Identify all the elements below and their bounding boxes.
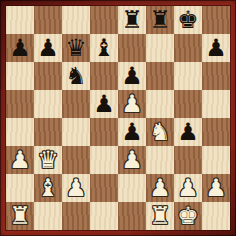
black-queen[interactable]: ♛ [65,34,87,62]
white-pawn[interactable]: ♟ [121,146,143,174]
square-c8[interactable] [62,6,90,34]
square-a7[interactable]: ♟ [6,34,34,62]
square-f5[interactable] [146,90,174,118]
square-a3[interactable]: ♟ [6,146,34,174]
square-f6[interactable] [146,62,174,90]
white-bishop[interactable]: ♝ [37,174,59,202]
square-a6[interactable] [6,62,34,90]
square-g2[interactable]: ♟ [174,174,202,202]
chess-board-frame: ♜♜♚♟♟♛♝♟♞♟♟♟♟♞♟♟♛♟♝♟♟♟♟♜♜♚ [0,0,236,236]
square-c3[interactable] [62,146,90,174]
square-e7[interactable] [118,34,146,62]
square-h8[interactable] [202,6,230,34]
white-pawn[interactable]: ♟ [9,146,31,174]
square-g7[interactable] [174,34,202,62]
square-h7[interactable]: ♟ [202,34,230,62]
square-f2[interactable]: ♟ [146,174,174,202]
square-c2[interactable]: ♟ [62,174,90,202]
black-pawn[interactable]: ♟ [37,34,59,62]
square-f7[interactable] [146,34,174,62]
square-d8[interactable] [90,6,118,34]
black-pawn[interactable]: ♟ [93,90,115,118]
square-f4[interactable]: ♞ [146,118,174,146]
square-d3[interactable] [90,146,118,174]
square-h4[interactable] [202,118,230,146]
black-bishop[interactable]: ♝ [93,34,115,62]
square-e8[interactable]: ♜ [118,6,146,34]
square-c4[interactable] [62,118,90,146]
square-b4[interactable] [34,118,62,146]
white-pawn[interactable]: ♟ [121,90,143,118]
square-d6[interactable] [90,62,118,90]
white-pawn[interactable]: ♟ [65,174,87,202]
white-pawn[interactable]: ♟ [205,174,227,202]
square-d7[interactable]: ♝ [90,34,118,62]
white-pawn[interactable]: ♟ [177,174,199,202]
black-pawn[interactable]: ♟ [121,118,143,146]
square-h2[interactable]: ♟ [202,174,230,202]
square-b6[interactable] [34,62,62,90]
square-a1[interactable]: ♜ [6,202,34,230]
square-b5[interactable] [34,90,62,118]
square-c7[interactable]: ♛ [62,34,90,62]
square-f8[interactable]: ♜ [146,6,174,34]
square-h6[interactable] [202,62,230,90]
square-d2[interactable] [90,174,118,202]
square-e4[interactable]: ♟ [118,118,146,146]
black-rook[interactable]: ♜ [149,6,171,34]
square-g6[interactable] [174,62,202,90]
square-a5[interactable] [6,90,34,118]
white-knight[interactable]: ♞ [149,118,171,146]
square-a8[interactable] [6,6,34,34]
square-b1[interactable] [34,202,62,230]
square-b8[interactable] [34,6,62,34]
square-c6[interactable]: ♞ [62,62,90,90]
square-d5[interactable]: ♟ [90,90,118,118]
square-g8[interactable]: ♚ [174,6,202,34]
square-d4[interactable] [90,118,118,146]
square-e3[interactable]: ♟ [118,146,146,174]
black-pawn[interactable]: ♟ [205,34,227,62]
white-pawn[interactable]: ♟ [149,174,171,202]
square-e1[interactable] [118,202,146,230]
white-queen[interactable]: ♛ [37,146,59,174]
black-king[interactable]: ♚ [177,6,199,34]
square-h1[interactable] [202,202,230,230]
square-h5[interactable] [202,90,230,118]
square-g4[interactable]: ♟ [174,118,202,146]
white-rook[interactable]: ♜ [149,202,171,230]
square-e2[interactable] [118,174,146,202]
black-knight[interactable]: ♞ [65,62,87,90]
square-g1[interactable]: ♚ [174,202,202,230]
chess-board: ♜♜♚♟♟♛♝♟♞♟♟♟♟♞♟♟♛♟♝♟♟♟♟♜♜♚ [6,6,230,230]
black-rook[interactable]: ♜ [121,6,143,34]
square-g5[interactable] [174,90,202,118]
square-g3[interactable] [174,146,202,174]
black-pawn[interactable]: ♟ [177,118,199,146]
square-f3[interactable] [146,146,174,174]
square-h3[interactable] [202,146,230,174]
square-c5[interactable] [62,90,90,118]
square-b2[interactable]: ♝ [34,174,62,202]
white-king[interactable]: ♚ [177,202,199,230]
square-e6[interactable]: ♟ [118,62,146,90]
black-pawn[interactable]: ♟ [121,62,143,90]
square-c1[interactable] [62,202,90,230]
square-a2[interactable] [6,174,34,202]
square-f1[interactable]: ♜ [146,202,174,230]
square-e5[interactable]: ♟ [118,90,146,118]
square-d1[interactable] [90,202,118,230]
square-b7[interactable]: ♟ [34,34,62,62]
square-a4[interactable] [6,118,34,146]
black-pawn[interactable]: ♟ [9,34,31,62]
square-b3[interactable]: ♛ [34,146,62,174]
white-rook[interactable]: ♜ [9,202,31,230]
